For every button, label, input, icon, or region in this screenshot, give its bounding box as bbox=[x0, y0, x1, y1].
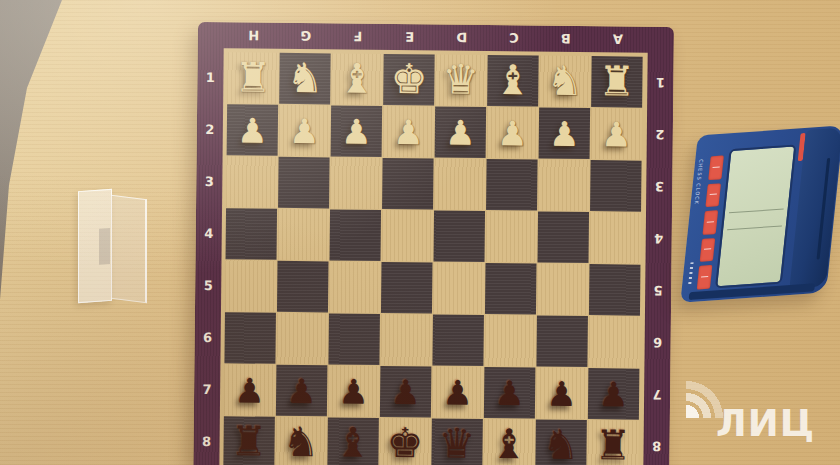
rank-label: 4 bbox=[196, 208, 223, 259]
square[interactable] bbox=[224, 312, 276, 364]
square[interactable] bbox=[536, 316, 588, 368]
white-rook[interactable]: ♜ bbox=[598, 61, 635, 102]
square[interactable]: ♜ bbox=[587, 420, 639, 465]
square[interactable]: ♞ bbox=[279, 53, 331, 105]
square[interactable] bbox=[329, 261, 381, 313]
photo-scene: HGFEDCBA 12345678 12345678 ♜♞♝♚♛♝♞♜♟♟♟♟♟… bbox=[0, 0, 840, 465]
square[interactable]: ♟ bbox=[279, 105, 331, 157]
square[interactable] bbox=[590, 160, 642, 212]
white-king[interactable]: ♚ bbox=[390, 59, 427, 100]
black-rook[interactable]: ♜ bbox=[230, 421, 267, 462]
holder-front-panel bbox=[78, 189, 112, 303]
holder-printed-mark bbox=[99, 228, 110, 265]
square[interactable]: ♟ bbox=[383, 106, 435, 158]
black-king[interactable]: ♚ bbox=[386, 423, 423, 464]
square[interactable]: ♟ bbox=[539, 108, 591, 160]
square[interactable] bbox=[226, 156, 278, 208]
watermark-logo: ЛИЦ bbox=[684, 368, 834, 463]
white-pawn[interactable]: ♟ bbox=[549, 116, 580, 150]
clock-button[interactable] bbox=[703, 210, 719, 234]
white-bishop[interactable]: ♝ bbox=[338, 58, 375, 99]
clock-button[interactable] bbox=[705, 183, 721, 207]
rank-label: 5 bbox=[645, 265, 672, 316]
file-label: H bbox=[228, 22, 280, 49]
white-pawn[interactable]: ♟ bbox=[289, 113, 320, 147]
black-pawn[interactable]: ♟ bbox=[598, 377, 629, 411]
square[interactable] bbox=[589, 212, 641, 264]
square[interactable] bbox=[538, 160, 590, 212]
black-pawn[interactable]: ♟ bbox=[494, 376, 525, 410]
square[interactable]: ♟ bbox=[276, 365, 328, 417]
square[interactable]: ♜ bbox=[223, 416, 275, 465]
square[interactable]: ♟ bbox=[380, 366, 432, 418]
square[interactable] bbox=[277, 261, 329, 313]
black-knight[interactable]: ♞ bbox=[282, 422, 319, 463]
square[interactable]: ♞ bbox=[275, 417, 327, 465]
black-bishop[interactable]: ♝ bbox=[334, 422, 371, 463]
square[interactable] bbox=[380, 314, 432, 366]
rank-label: 3 bbox=[646, 161, 673, 212]
square[interactable]: ♝ bbox=[483, 419, 535, 465]
white-knight[interactable]: ♞ bbox=[286, 58, 323, 99]
square[interactable]: ♟ bbox=[432, 366, 484, 418]
square[interactable]: ♟ bbox=[328, 365, 380, 417]
white-pawn[interactable]: ♟ bbox=[601, 117, 632, 151]
square[interactable]: ♟ bbox=[435, 106, 487, 158]
black-bishop[interactable]: ♝ bbox=[490, 424, 527, 465]
square[interactable]: ♚ bbox=[383, 54, 435, 106]
square[interactable]: ♟ bbox=[227, 104, 279, 156]
square[interactable]: ♛ bbox=[431, 418, 483, 465]
ranks-right: 12345678 bbox=[643, 57, 673, 465]
square[interactable]: ♜ bbox=[227, 52, 279, 104]
rank-label: 8 bbox=[643, 421, 670, 465]
square[interactable] bbox=[330, 209, 382, 261]
rank-label: 1 bbox=[647, 57, 674, 108]
file-label: E bbox=[384, 24, 436, 51]
square[interactable] bbox=[434, 210, 486, 262]
file-label: D bbox=[436, 24, 488, 51]
square[interactable]: ♟ bbox=[487, 107, 539, 159]
black-pawn[interactable]: ♟ bbox=[390, 375, 421, 409]
square[interactable]: ♜ bbox=[591, 56, 643, 108]
watermark-text: ЛИЦ bbox=[716, 402, 815, 445]
rank-label: 7 bbox=[194, 364, 221, 415]
white-pawn[interactable]: ♟ bbox=[393, 115, 424, 149]
square[interactable]: ♟ bbox=[331, 105, 383, 157]
clock-button[interactable] bbox=[697, 265, 713, 289]
square[interactable]: ♚ bbox=[379, 418, 431, 465]
floor bbox=[0, 0, 90, 465]
square[interactable]: ♟ bbox=[591, 108, 643, 160]
black-knight[interactable]: ♞ bbox=[542, 425, 579, 465]
file-label: A bbox=[592, 26, 644, 53]
white-knight[interactable]: ♞ bbox=[546, 61, 583, 102]
square[interactable] bbox=[381, 262, 433, 314]
chessboard: HGFEDCBA 12345678 12345678 ♜♞♝♚♛♝♞♜♟♟♟♟♟… bbox=[193, 22, 674, 465]
clock-wedge-groove bbox=[817, 158, 831, 260]
square[interactable] bbox=[226, 208, 278, 260]
square[interactable]: ♝ bbox=[487, 55, 539, 107]
square[interactable] bbox=[278, 209, 330, 261]
square[interactable] bbox=[330, 157, 382, 209]
file-label: C bbox=[488, 25, 540, 52]
square[interactable]: ♝ bbox=[331, 53, 383, 105]
rank-label: 6 bbox=[644, 317, 671, 368]
square[interactable]: ♞ bbox=[539, 56, 591, 108]
square[interactable] bbox=[434, 158, 486, 210]
rank-label: 5 bbox=[195, 260, 222, 311]
square[interactable] bbox=[278, 157, 330, 209]
square[interactable] bbox=[486, 159, 538, 211]
file-label: F bbox=[332, 23, 384, 50]
square[interactable] bbox=[225, 260, 277, 312]
square[interactable] bbox=[589, 264, 641, 316]
square[interactable]: ♟ bbox=[536, 368, 588, 420]
lcd-divider bbox=[729, 209, 784, 214]
holder-back-panel bbox=[111, 195, 147, 303]
board-field: ♜♞♝♚♛♝♞♜♟♟♟♟♟♟♟♟♟♟♟♟♟♟♟♟♜♞♝♚♛♝♞♜ bbox=[219, 48, 647, 465]
white-pawn[interactable]: ♟ bbox=[341, 114, 372, 148]
square[interactable]: ♟ bbox=[588, 368, 640, 420]
rank-label: 4 bbox=[645, 213, 672, 264]
square[interactable] bbox=[537, 212, 589, 264]
white-pawn[interactable]: ♟ bbox=[497, 116, 528, 150]
rank-label: 8 bbox=[193, 416, 220, 465]
square[interactable]: ♟ bbox=[224, 364, 276, 416]
clock-button[interactable] bbox=[700, 238, 716, 262]
square[interactable] bbox=[537, 264, 589, 316]
black-pawn[interactable]: ♟ bbox=[234, 373, 265, 407]
rank-label: 3 bbox=[196, 156, 223, 207]
clock-button[interactable] bbox=[708, 155, 724, 179]
rank-label: 7 bbox=[644, 369, 671, 420]
rank-label: 6 bbox=[194, 312, 221, 363]
board-squares: ♜♞♝♚♛♝♞♜♟♟♟♟♟♟♟♟♟♟♟♟♟♟♟♟♜♞♝♚♛♝♞♜ bbox=[223, 52, 643, 465]
clock-top-wedge bbox=[789, 127, 840, 289]
square[interactable] bbox=[485, 263, 537, 315]
square[interactable] bbox=[588, 316, 640, 368]
chess-clock: CHESS CLOCK bbox=[680, 125, 840, 302]
black-queen[interactable]: ♛ bbox=[438, 424, 475, 465]
file-label: G bbox=[280, 23, 332, 50]
square[interactable]: ♝ bbox=[327, 417, 379, 465]
rank-label: 1 bbox=[197, 52, 224, 103]
white-pawn[interactable]: ♟ bbox=[237, 113, 268, 147]
square[interactable] bbox=[433, 262, 485, 314]
square[interactable] bbox=[382, 210, 434, 262]
black-pawn[interactable]: ♟ bbox=[442, 375, 473, 409]
white-pawn[interactable]: ♟ bbox=[445, 115, 476, 149]
square[interactable] bbox=[328, 313, 380, 365]
square[interactable]: ♞ bbox=[535, 420, 587, 465]
square[interactable]: ♛ bbox=[435, 54, 487, 106]
rank-label: 2 bbox=[647, 109, 674, 160]
square[interactable] bbox=[484, 315, 536, 367]
table-number-holder bbox=[78, 188, 152, 308]
lcd-divider bbox=[727, 225, 782, 230]
black-pawn[interactable]: ♟ bbox=[286, 373, 317, 407]
white-rook[interactable]: ♜ bbox=[234, 57, 271, 98]
file-label: B bbox=[540, 26, 592, 53]
square[interactable] bbox=[276, 313, 328, 365]
square[interactable] bbox=[432, 314, 484, 366]
square[interactable] bbox=[486, 211, 538, 263]
square[interactable]: ♟ bbox=[484, 367, 536, 419]
white-bishop[interactable]: ♝ bbox=[494, 60, 531, 101]
arc-logo-icon bbox=[686, 370, 734, 418]
rank-label: 2 bbox=[197, 104, 224, 155]
square[interactable] bbox=[382, 158, 434, 210]
black-pawn[interactable]: ♟ bbox=[546, 376, 577, 410]
clock-model-text bbox=[688, 262, 693, 284]
black-pawn[interactable]: ♟ bbox=[338, 374, 369, 408]
clock-lcd-display bbox=[715, 144, 796, 288]
white-queen[interactable]: ♛ bbox=[442, 60, 479, 101]
black-rook[interactable]: ♜ bbox=[594, 425, 631, 465]
